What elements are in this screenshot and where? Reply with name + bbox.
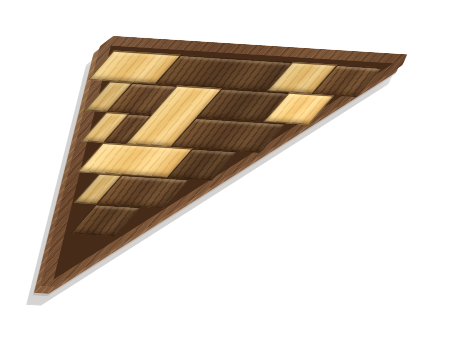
puzzle-board — [0, 35, 418, 307]
product-photo — [0, 0, 450, 338]
puzzle-piece-dark — [70, 204, 141, 236]
pieces-layer — [0, 35, 418, 307]
